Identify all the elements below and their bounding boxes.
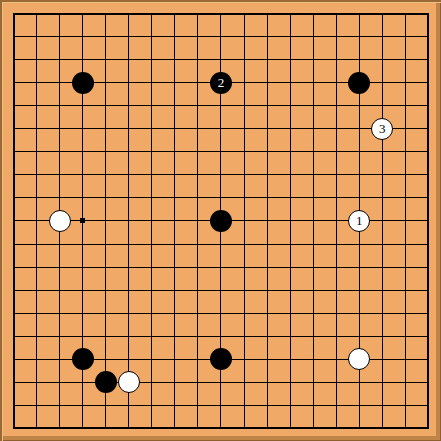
- grid-line-horizontal: [13, 336, 430, 337]
- black-stone-D4: [72, 348, 94, 370]
- black-stone-E3: [95, 371, 117, 393]
- black-stone-K4: [210, 348, 232, 370]
- white-stone-Q10: 1: [348, 210, 370, 232]
- grid-line-vertical: [382, 13, 383, 430]
- grid-line-vertical: [405, 13, 406, 430]
- grid-line-vertical: [244, 13, 245, 430]
- move-number: 3: [379, 122, 386, 135]
- go-board: 231: [0, 0, 441, 441]
- grid-line-horizontal: [13, 313, 430, 314]
- grid-line-horizontal: [13, 382, 430, 383]
- grid-line-vertical: [336, 13, 337, 430]
- grid-line-vertical: [313, 13, 314, 430]
- white-stone-C10: [49, 210, 71, 232]
- grid-line-horizontal: [13, 405, 430, 406]
- grid-line-horizontal: [13, 427, 430, 429]
- black-stone-D16: [72, 72, 94, 94]
- grid-line-vertical: [290, 13, 291, 430]
- move-number: 2: [218, 76, 225, 89]
- star-point: [80, 218, 85, 223]
- grid-line-horizontal: [13, 244, 430, 245]
- black-stone-K16: 2: [210, 72, 232, 94]
- black-stone-Q16: [348, 72, 370, 94]
- white-stone-Q4: [348, 348, 370, 370]
- move-number: 1: [356, 214, 363, 227]
- white-stone-F3: [118, 371, 140, 393]
- grid-line-horizontal: [13, 290, 430, 291]
- white-stone-R14: 3: [371, 118, 393, 140]
- grid-line-horizontal: [13, 267, 430, 268]
- grid-line-vertical: [427, 13, 429, 430]
- black-stone-K10: [210, 210, 232, 232]
- grid-line-vertical: [267, 13, 268, 430]
